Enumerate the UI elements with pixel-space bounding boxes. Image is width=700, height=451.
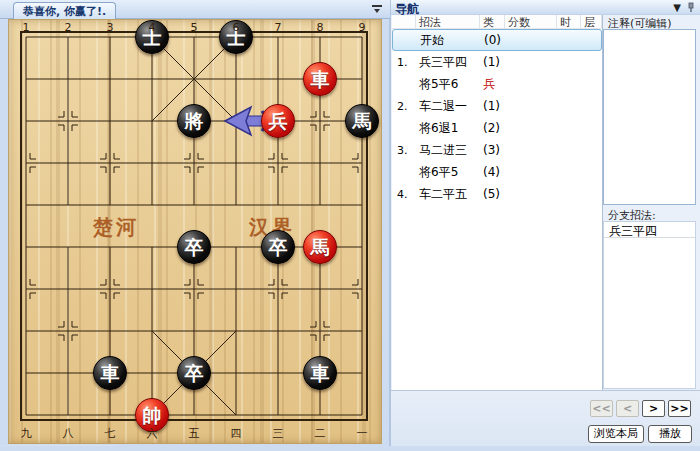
branch-move-item[interactable]: 兵三平四 [604,222,695,238]
file-label-bottom: 九 [14,426,38,441]
move-number: 1. [392,56,416,69]
header-time[interactable]: 时间 [557,15,581,28]
file-label-top: 7 [266,21,290,34]
header-move[interactable]: 招法 [416,15,480,28]
move-text: 将6平5 [416,164,480,181]
move-text: 马二进三 [416,142,480,159]
move-number: 2. [392,100,416,113]
move-score: (1) [480,55,532,69]
captured-piece-label: 兵 [480,76,532,93]
move-score: (5) [480,187,532,201]
black-piece-卒[interactable]: 卒 [177,230,211,264]
header-type[interactable]: 类型 [480,15,505,28]
xiangqi-board[interactable]: 楚河 汉界 士士車將兵馬卒卒馬車卒車帥 123456789九八七六五四三二一 [8,19,382,444]
prev-move-button[interactable]: < [616,400,639,417]
play-button[interactable]: 播放 [648,425,692,443]
red-piece-車[interactable]: 車 [303,62,337,96]
file-label-bottom: 六 [140,426,164,441]
file-label-top: 3 [98,21,122,34]
board-pane: 恭喜你, 你赢了!. 楚河 汉界 士士車將兵馬卒卒馬車卒車帥 123456789… [0,0,390,451]
river-label-left: 楚河 [93,214,139,241]
black-piece-馬[interactable]: 馬 [345,104,379,138]
move-score: (2) [480,121,532,135]
file-label-top: 6 [224,21,248,34]
black-piece-車[interactable]: 車 [303,356,337,390]
dock-menu-icon[interactable] [371,4,383,14]
move-row[interactable]: 将5平6兵 [392,73,602,95]
last-move-button[interactable]: >> [668,400,691,417]
header-score[interactable]: 分数 [505,15,557,28]
playback-bar: << < > >> 浏览本局 播放 [391,390,700,446]
red-piece-兵[interactable]: 兵 [261,104,295,138]
move-list: 招法 类型 分数 时间 层 开始(0)1.兵三平四(1)将5平6兵2.车二退一(… [392,15,602,390]
file-label-bottom: 二 [308,426,332,441]
file-label-top: 2 [56,21,80,34]
file-label-bottom: 五 [182,426,206,441]
move-score: (4) [480,165,532,179]
navigation-pane: 导航 ▼ 招法 类型 分数 时间 层 开始(0)1.兵三平四(1)将5平6兵2.… [390,0,700,451]
browse-game-button[interactable]: 浏览本局 [588,425,644,443]
move-row[interactable]: 将6平5(4) [392,161,602,183]
move-number: 3. [392,144,416,157]
move-text: 将6退1 [416,120,480,137]
move-text: 车二退一 [416,98,480,115]
move-text: 车二平五 [416,186,480,203]
first-move-button[interactable]: << [590,400,613,417]
move-text: 兵三平四 [416,54,480,71]
window-bottom-edge [0,446,700,451]
header-depth[interactable]: 层 [581,15,602,28]
app-window: 恭喜你, 你赢了!. 楚河 汉界 士士車將兵馬卒卒馬車卒車帥 123456789… [0,0,700,451]
move-number: 4. [392,188,416,201]
next-move-button[interactable]: > [642,400,665,417]
move-score: (1) [480,99,532,113]
red-piece-馬[interactable]: 馬 [303,230,337,264]
file-label-top: 9 [350,21,374,34]
branch-moves-list: 兵三平四 [603,221,696,389]
navigation-titlebar: 导航 ▼ [391,0,700,15]
move-text: 开始 [417,32,481,49]
black-piece-卒[interactable]: 卒 [177,356,211,390]
panel-menu-icon[interactable]: ▼ [673,2,681,13]
file-label-top: 5 [182,21,206,34]
board-tab-strip: 恭喜你, 你赢了!. [0,0,390,19]
file-label-top: 4 [140,21,164,34]
move-row[interactable]: 1.兵三平四(1) [392,51,602,73]
black-piece-將[interactable]: 將 [177,104,211,138]
black-piece-車[interactable]: 車 [93,356,127,390]
move-list-header: 招法 类型 分数 时间 层 [392,15,602,29]
file-label-bottom: 七 [98,426,122,441]
move-row[interactable]: 将6退1(2) [392,117,602,139]
file-label-bottom: 三 [266,426,290,441]
comment-editor[interactable] [603,29,696,205]
move-score: (0) [481,33,533,47]
file-label-bottom: 四 [224,426,248,441]
move-row[interactable]: 2.车二退一(1) [392,95,602,117]
file-label-top: 1 [14,21,38,34]
file-label-bottom: 一 [350,426,374,441]
comment-pane: 注释(可编辑) 分支招法: 兵三平四 [603,15,698,390]
move-score: (3) [480,143,532,157]
board-tab[interactable]: 恭喜你, 你赢了!. [13,2,116,19]
header-gutter [392,15,416,28]
file-label-bottom: 八 [56,426,80,441]
pin-icon[interactable] [687,2,696,13]
move-row[interactable]: 4.车二平五(5) [392,183,602,205]
move-row[interactable]: 3.马二进三(3) [392,139,602,161]
file-label-top: 8 [308,21,332,34]
move-text: 将5平6 [416,76,480,93]
move-row-selected[interactable]: 开始(0) [392,29,602,51]
black-piece-卒[interactable]: 卒 [261,230,295,264]
